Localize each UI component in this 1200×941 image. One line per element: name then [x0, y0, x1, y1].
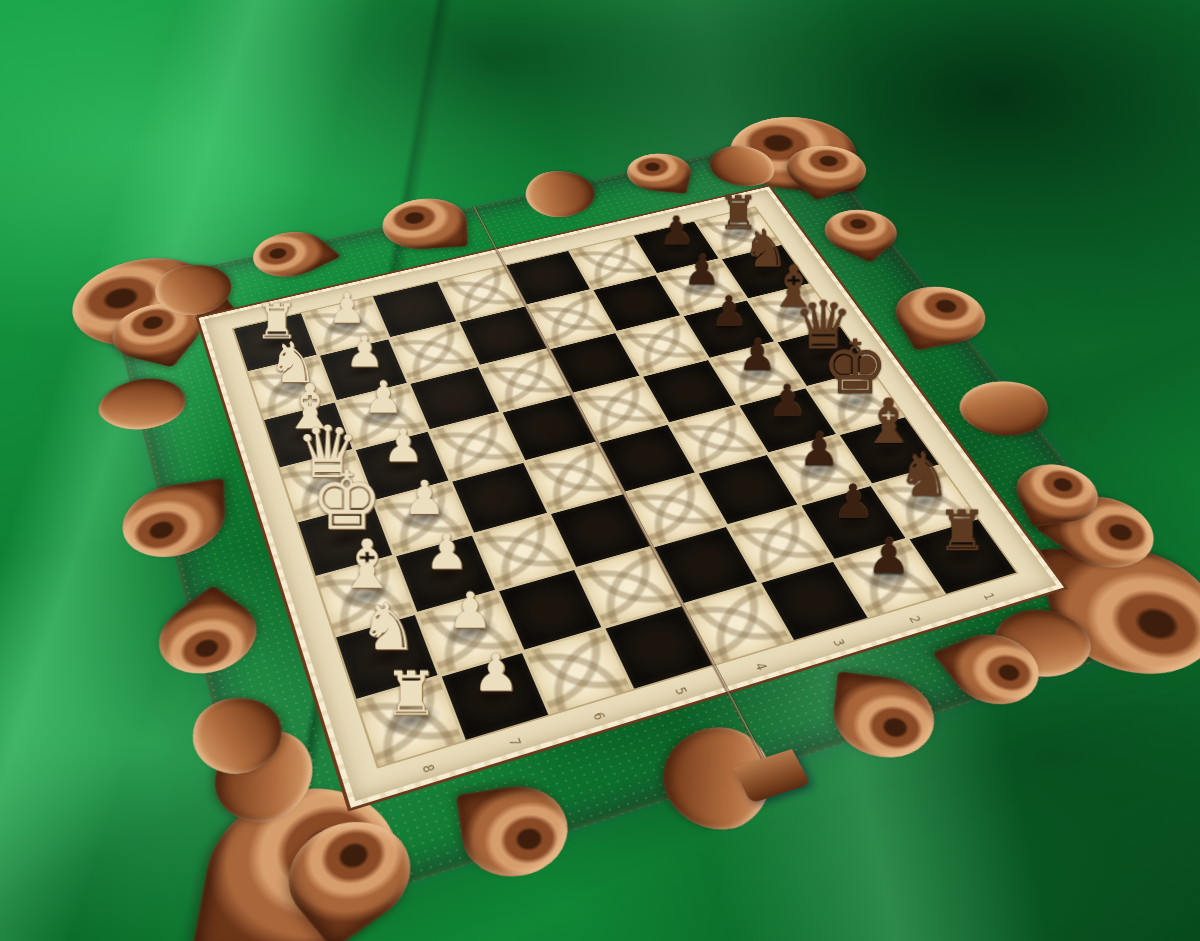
piece-black-pawn: ♟ — [848, 488, 930, 581]
scene: 87654321 ♜♞♝♛♚♝♞♜♟♟♟♟♟♟♟♟♟♟♟♟♟♟♟♟♜♞♝♛♚♝♞… — [0, 0, 1200, 941]
white-pawn-glyph: ♟ — [473, 647, 519, 699]
piece-white-pawn: ♟ — [452, 600, 539, 699]
black-pawn-glyph: ♟ — [867, 532, 911, 581]
chess-board: 87654321 ♜♞♝♛♚♝♞♜♟♟♟♟♟♟♟♟♟♟♟♟♟♟♟♟♜♞♝♛♚♝♞… — [118, 140, 1177, 910]
piece-white-rook: ♜ — [367, 624, 456, 724]
white-rook-glyph: ♜ — [384, 663, 438, 724]
piece-black-rook: ♜ — [921, 467, 1002, 559]
carved-scroll-ornament — [382, 196, 467, 251]
photo-canvas: 87654321 ♜♞♝♛♚♝♞♜♟♟♟♟♟♟♟♟♟♟♟♟♟♟♟♟♜♞♝♛♚♝♞… — [0, 0, 1200, 941]
black-rook-glyph: ♜ — [937, 504, 987, 560]
